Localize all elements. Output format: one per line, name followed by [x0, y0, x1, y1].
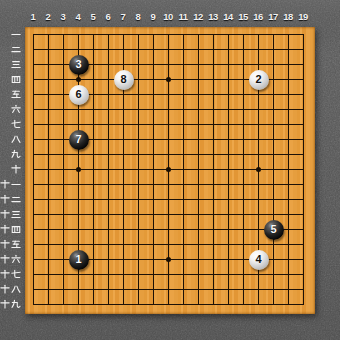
stone-move-number: 5	[270, 224, 276, 235]
star-point	[76, 77, 81, 82]
left-coordinate-label	[0, 223, 21, 235]
left-coordinate-label	[0, 238, 21, 250]
left-coordinate-label	[0, 118, 21, 130]
goban[interactable]: 12345678	[25, 27, 315, 314]
stone-white-move-8[interactable]: 8	[114, 70, 134, 90]
left-coordinate-label	[0, 148, 21, 160]
stone-move-number: 6	[75, 89, 81, 100]
left-coordinate-label	[0, 298, 21, 310]
stone-move-number: 2	[255, 74, 261, 85]
stone-move-number: 4	[255, 254, 261, 265]
left-coordinate-label	[0, 88, 21, 100]
star-point	[76, 167, 81, 172]
left-coordinate-label	[0, 58, 21, 70]
stone-move-number: 3	[75, 59, 81, 70]
stone-black-move-5[interactable]: 5	[264, 220, 284, 240]
stone-white-move-2[interactable]: 2	[249, 70, 269, 90]
left-coordinate-label	[0, 28, 21, 40]
left-coordinate-label	[0, 268, 21, 280]
left-coordinate-label	[0, 103, 21, 115]
stone-move-number: 8	[120, 74, 126, 85]
stone-white-move-4[interactable]: 4	[249, 250, 269, 270]
left-coordinate-label	[0, 73, 21, 85]
stone-move-number: 7	[75, 134, 81, 145]
left-coordinate-label	[0, 163, 21, 175]
left-coordinate-label	[0, 178, 21, 190]
go-diagram: 12345678 12345678910111213141516171819	[0, 0, 340, 340]
left-coordinate-label	[0, 208, 21, 220]
star-point	[166, 77, 171, 82]
stone-black-move-1[interactable]: 1	[69, 250, 89, 270]
star-point	[166, 257, 171, 262]
left-coordinate-label	[0, 193, 21, 205]
stone-black-move-3[interactable]: 3	[69, 55, 89, 75]
stone-move-number: 1	[75, 254, 81, 265]
top-coordinate-label: 19	[294, 11, 312, 23]
star-point	[166, 167, 171, 172]
left-coordinate-label	[0, 253, 21, 265]
star-point	[256, 167, 261, 172]
left-coordinate-label	[0, 43, 21, 55]
stone-white-move-6[interactable]: 6	[69, 85, 89, 105]
left-coordinate-label	[0, 283, 21, 295]
left-coordinate-label	[0, 133, 21, 145]
stone-black-move-7[interactable]: 7	[69, 130, 89, 150]
